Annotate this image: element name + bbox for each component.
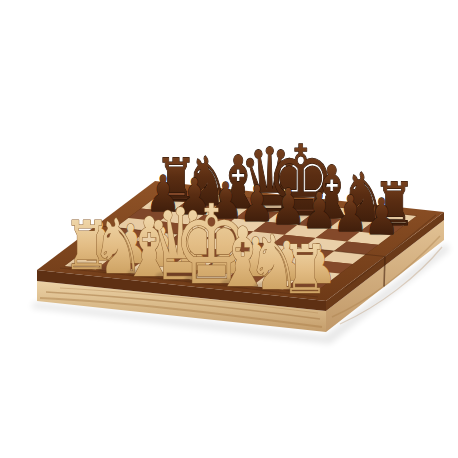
piece-white-rook-h1: ♜ xyxy=(282,230,329,308)
product-photo: ♜♞♝♟♛♟♚♟♝♟♞♟♜♟♟♟♟♟♟♜♟♞♟♝♟♛♟♚♟♝♞♜ xyxy=(0,0,458,458)
piece-black-pawn-h7: ♟ xyxy=(364,189,399,246)
chess-board: ♜♞♝♟♛♟♚♟♝♟♞♟♜♟♟♟♟♟♟♜♟♞♟♝♟♛♟♚♟♝♞♜ xyxy=(0,0,458,458)
piece-black-pawn-g7: ♟ xyxy=(333,185,368,242)
fold-seam-edge xyxy=(384,257,385,287)
